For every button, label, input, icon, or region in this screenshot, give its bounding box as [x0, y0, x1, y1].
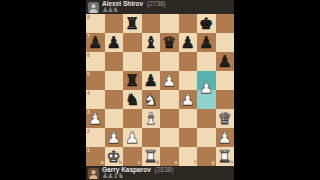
- piece-black-knight[interactable]: ♞: [125, 92, 139, 108]
- square-f7[interactable]: ♟: [179, 33, 198, 52]
- square-c7[interactable]: [123, 33, 142, 52]
- square-g6[interactable]: [197, 52, 216, 71]
- square-c3[interactable]: [123, 109, 142, 128]
- square-d1[interactable]: d♜: [142, 147, 161, 166]
- square-a3[interactable]: 3♟: [86, 109, 105, 128]
- square-d8[interactable]: [142, 14, 161, 33]
- file-label-f: f: [194, 160, 196, 165]
- piece-black-queen[interactable]: ♛: [162, 35, 176, 51]
- square-d3[interactable]: ♝: [142, 109, 161, 128]
- piece-black-rook[interactable]: ♜: [125, 73, 139, 89]
- top-player-bar: Alexei Shirov (2738) ♟♟♞: [86, 0, 234, 14]
- square-c8[interactable]: ♜: [123, 14, 142, 33]
- square-d7[interactable]: ♝: [142, 33, 161, 52]
- piece-white-queen[interactable]: ♛: [218, 111, 232, 127]
- square-d4[interactable]: ♞: [142, 90, 161, 109]
- rank-label-6: 6: [87, 53, 90, 58]
- square-b1[interactable]: b♚: [105, 147, 124, 166]
- piece-white-rook[interactable]: ♜: [218, 149, 232, 165]
- piece-white-knight[interactable]: ♞: [144, 92, 158, 108]
- piece-white-pawn[interactable]: ♟: [199, 80, 213, 96]
- square-b8[interactable]: [105, 14, 124, 33]
- piece-white-pawn[interactable]: ♟: [218, 130, 232, 146]
- piece-white-pawn[interactable]: ♟: [125, 130, 139, 146]
- file-label-g: g: [211, 160, 214, 165]
- piece-black-pawn[interactable]: ♟: [88, 35, 102, 51]
- square-g7[interactable]: ♟: [197, 33, 216, 52]
- square-h4[interactable]: [216, 90, 235, 109]
- top-player-rating: (2738): [147, 0, 166, 7]
- bottom-player-rating: (2838): [155, 166, 174, 173]
- square-g8[interactable]: ♚: [197, 14, 216, 33]
- square-d2[interactable]: [142, 128, 161, 147]
- square-c5[interactable]: ♜: [123, 71, 142, 90]
- piece-black-pawn[interactable]: ♟: [107, 35, 121, 51]
- person-icon: [88, 2, 99, 13]
- piece-black-pawn[interactable]: ♟: [181, 35, 195, 51]
- square-b6[interactable]: [105, 52, 124, 71]
- top-player-avatar: [88, 2, 99, 13]
- square-h5[interactable]: [216, 71, 235, 90]
- square-a8[interactable]: 8: [86, 14, 105, 33]
- square-h3[interactable]: ♛: [216, 109, 235, 128]
- square-f6[interactable]: [179, 52, 198, 71]
- square-g3[interactable]: [197, 109, 216, 128]
- piece-white-king[interactable]: ♚: [107, 149, 121, 165]
- top-captured-pieces: ♟♟♞: [102, 7, 166, 13]
- square-f5[interactable]: [179, 71, 198, 90]
- square-d5[interactable]: ♟: [142, 71, 161, 90]
- square-a4[interactable]: 4: [86, 90, 105, 109]
- square-f1[interactable]: f: [179, 147, 198, 166]
- file-label-a: a: [101, 160, 104, 165]
- game-panel: Alexei Shirov (2738) ♟♟♞ 8♜♚7♟♟♝♛♟♟6♟5♜♟…: [86, 0, 234, 180]
- piece-black-pawn[interactable]: ♟: [144, 73, 158, 89]
- square-g1[interactable]: g: [197, 147, 216, 166]
- square-c1[interactable]: c: [123, 147, 142, 166]
- file-label-e: e: [175, 160, 178, 165]
- rank-label-4: 4: [87, 91, 90, 96]
- square-e4[interactable]: [160, 90, 179, 109]
- square-f2[interactable]: [179, 128, 198, 147]
- square-f4[interactable]: ♟: [179, 90, 198, 109]
- piece-white-rook[interactable]: ♜: [144, 149, 158, 165]
- square-b3[interactable]: [105, 109, 124, 128]
- square-e6[interactable]: [160, 52, 179, 71]
- rank-label-8: 8: [87, 15, 90, 20]
- square-a7[interactable]: 7♟: [86, 33, 105, 52]
- square-h6[interactable]: ♟: [216, 52, 235, 71]
- piece-black-pawn[interactable]: ♟: [218, 54, 232, 70]
- square-h7[interactable]: [216, 33, 235, 52]
- square-a2[interactable]: 2: [86, 128, 105, 147]
- square-e5[interactable]: ♟: [160, 71, 179, 90]
- square-e8[interactable]: [160, 14, 179, 33]
- piece-black-bishop[interactable]: ♝: [144, 35, 158, 51]
- square-h8[interactable]: [216, 14, 235, 33]
- square-f8[interactable]: [179, 14, 198, 33]
- piece-white-pawn[interactable]: ♟: [162, 73, 176, 89]
- square-e3[interactable]: [160, 109, 179, 128]
- square-c6[interactable]: [123, 52, 142, 71]
- piece-white-pawn[interactable]: ♟: [107, 130, 121, 146]
- square-h1[interactable]: h♜: [216, 147, 235, 166]
- rank-label-1: 1: [87, 148, 90, 153]
- video-frame: Alexei Shirov (2738) ♟♟♞ 8♜♚7♟♟♝♛♟♟6♟5♜♟…: [0, 0, 320, 180]
- piece-black-king[interactable]: ♚: [199, 16, 213, 32]
- square-e1[interactable]: e: [160, 147, 179, 166]
- square-a1[interactable]: 1a: [86, 147, 105, 166]
- piece-black-rook[interactable]: ♜: [125, 16, 139, 32]
- bottom-captured-pieces: ♟♟♝♞: [102, 173, 173, 179]
- square-g5[interactable]: ♟: [197, 71, 216, 90]
- square-h2[interactable]: ♟: [216, 128, 235, 147]
- piece-white-pawn[interactable]: ♟: [181, 92, 195, 108]
- rank-label-5: 5: [87, 72, 90, 77]
- person-icon: [88, 168, 99, 179]
- chess-board: 8♜♚7♟♟♝♛♟♟6♟5♜♟♟♟4♞♞♟3♟♝♛2♟♟♟1ab♚cd♜efgh…: [86, 14, 234, 166]
- file-label-c: c: [138, 160, 141, 165]
- captured-piece-knight: ♞: [113, 7, 118, 13]
- square-e2[interactable]: [160, 128, 179, 147]
- square-a6[interactable]: 6: [86, 52, 105, 71]
- piece-black-pawn[interactable]: ♟: [199, 35, 213, 51]
- rank-label-2: 2: [87, 129, 90, 134]
- piece-white-bishop[interactable]: ♝: [144, 111, 158, 127]
- square-g2[interactable]: [197, 128, 216, 147]
- square-b5[interactable]: [105, 71, 124, 90]
- square-b2[interactable]: ♟: [105, 128, 124, 147]
- captured-piece-knight: ♞: [118, 173, 123, 179]
- square-c2[interactable]: ♟: [123, 128, 142, 147]
- square-f3[interactable]: [179, 109, 198, 128]
- piece-white-pawn[interactable]: ♟: [88, 111, 102, 127]
- bottom-player-bar: Garry Kasparov (2838) ♟♟♝♞: [86, 166, 234, 180]
- square-d6[interactable]: [142, 52, 161, 71]
- square-b7[interactable]: ♟: [105, 33, 124, 52]
- square-e7[interactable]: ♛: [160, 33, 179, 52]
- bottom-player-avatar: [88, 168, 99, 179]
- square-a5[interactable]: 5: [86, 71, 105, 90]
- square-b4[interactable]: [105, 90, 124, 109]
- square-c4[interactable]: ♞: [123, 90, 142, 109]
